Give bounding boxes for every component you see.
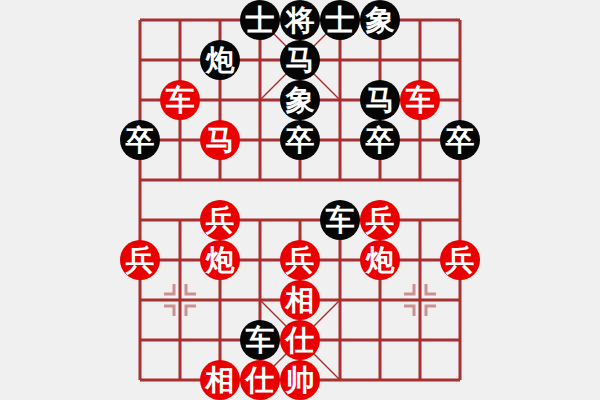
red-soldier[interactable]: 兵 <box>360 200 400 240</box>
red-general[interactable]: 帅 <box>280 360 320 400</box>
black-horse[interactable]: 马 <box>280 40 320 80</box>
xiangqi-app: 士将士象炮马车象马车卒马卒卒卒兵车兵兵炮兵炮兵相车仕相仕帅 <box>0 0 600 400</box>
red-soldier[interactable]: 兵 <box>440 240 480 280</box>
black-chariot[interactable]: 车 <box>240 320 280 360</box>
black-advisor[interactable]: 士 <box>240 0 280 40</box>
black-soldier[interactable]: 卒 <box>120 120 160 160</box>
red-horse[interactable]: 马 <box>200 120 240 160</box>
black-horse[interactable]: 马 <box>360 80 400 120</box>
red-soldier[interactable]: 兵 <box>120 240 160 280</box>
red-chariot[interactable]: 车 <box>400 80 440 120</box>
red-cannon[interactable]: 炮 <box>360 240 400 280</box>
red-elephant[interactable]: 相 <box>200 360 240 400</box>
red-chariot[interactable]: 车 <box>160 80 200 120</box>
pieces-layer: 士将士象炮马车象马车卒马卒卒卒兵车兵兵炮兵炮兵相车仕相仕帅 <box>120 0 480 400</box>
black-soldier[interactable]: 卒 <box>280 120 320 160</box>
black-advisor[interactable]: 士 <box>320 0 360 40</box>
red-soldier[interactable]: 兵 <box>280 240 320 280</box>
red-soldier[interactable]: 兵 <box>200 200 240 240</box>
black-soldier[interactable]: 卒 <box>360 120 400 160</box>
black-cannon[interactable]: 炮 <box>200 40 240 80</box>
black-chariot[interactable]: 车 <box>320 200 360 240</box>
red-cannon[interactable]: 炮 <box>200 240 240 280</box>
red-elephant[interactable]: 相 <box>280 280 320 320</box>
black-soldier[interactable]: 卒 <box>440 120 480 160</box>
black-general[interactable]: 将 <box>280 0 320 40</box>
red-advisor[interactable]: 仕 <box>240 360 280 400</box>
black-elephant[interactable]: 象 <box>280 80 320 120</box>
red-advisor[interactable]: 仕 <box>280 320 320 360</box>
black-elephant[interactable]: 象 <box>360 0 400 40</box>
